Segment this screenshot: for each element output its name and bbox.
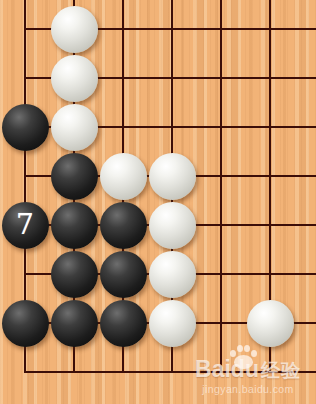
paw-toe [244, 345, 250, 352]
go-board: 7 Baidu 经验 jingyan.baidu.com [0, 0, 316, 404]
paw-toe [251, 350, 257, 357]
move-number-label: 7 [16, 211, 34, 239]
stone-black-numbered: 7 [2, 202, 49, 249]
stone-white [51, 55, 98, 102]
stone-black [51, 202, 98, 249]
stone-white [247, 300, 294, 347]
paw-pad [234, 355, 253, 369]
stone-black [51, 300, 98, 347]
stone-white [149, 251, 196, 298]
stone-white [51, 104, 98, 151]
stone-white [149, 202, 196, 249]
paw-toe [230, 350, 236, 357]
watermark-url: jingyan.baidu.com [192, 383, 304, 395]
baidu-watermark: Baidu 经验 jingyan.baidu.com [192, 345, 304, 395]
stone-black [51, 251, 98, 298]
stone-black [2, 300, 49, 347]
stone-black [100, 251, 147, 298]
stone-white [100, 153, 147, 200]
stone-white [149, 153, 196, 200]
stones-layer: 7 [1, 5, 295, 397]
watermark-brand-cn: 经验 [261, 361, 301, 381]
stone-white [51, 6, 98, 53]
stone-black [2, 104, 49, 151]
stone-black [100, 300, 147, 347]
stone-black [100, 202, 147, 249]
stone-black [51, 153, 98, 200]
stone-white [149, 300, 196, 347]
paw-toe [237, 345, 243, 352]
baidu-paw-icon [230, 345, 257, 370]
